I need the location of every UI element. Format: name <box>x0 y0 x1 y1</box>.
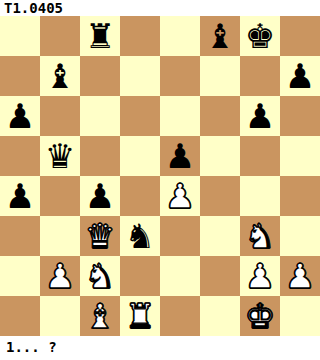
square-g4[interactable] <box>240 176 280 216</box>
black-pawn-piece: ♟ <box>165 136 195 176</box>
square-h8[interactable] <box>280 16 320 56</box>
square-a3[interactable] <box>0 216 40 256</box>
square-a2[interactable] <box>0 256 40 296</box>
black-pawn-piece: ♟ <box>245 96 275 136</box>
puzzle-id: T1.0405 <box>0 0 320 16</box>
white-king-piece: ♚ <box>245 296 275 336</box>
square-g6[interactable]: ♟ <box>240 96 280 136</box>
move-prompt: 1... ? <box>0 336 320 360</box>
square-c3[interactable]: ♛ <box>80 216 120 256</box>
square-b3[interactable] <box>40 216 80 256</box>
square-d3[interactable]: ♞ <box>120 216 160 256</box>
square-a1[interactable] <box>0 296 40 336</box>
square-b5[interactable]: ♛ <box>40 136 80 176</box>
square-b6[interactable] <box>40 96 80 136</box>
square-e5[interactable]: ♟ <box>160 136 200 176</box>
square-c5[interactable] <box>80 136 120 176</box>
black-pawn-piece: ♟ <box>285 56 315 96</box>
white-knight-piece: ♞ <box>245 216 275 256</box>
white-knight-piece: ♞ <box>85 256 115 296</box>
white-queen-piece: ♛ <box>85 216 115 256</box>
square-d4[interactable] <box>120 176 160 216</box>
black-pawn-piece: ♟ <box>5 96 35 136</box>
square-a4[interactable]: ♟ <box>0 176 40 216</box>
square-b7[interactable]: ♝ <box>40 56 80 96</box>
square-f8[interactable]: ♝ <box>200 16 240 56</box>
square-e1[interactable] <box>160 296 200 336</box>
black-queen-piece: ♛ <box>45 136 75 176</box>
black-pawn-piece: ♟ <box>5 176 35 216</box>
square-b8[interactable] <box>40 16 80 56</box>
square-d7[interactable] <box>120 56 160 96</box>
square-h1[interactable] <box>280 296 320 336</box>
square-e6[interactable] <box>160 96 200 136</box>
square-f2[interactable] <box>200 256 240 296</box>
square-h2[interactable]: ♟ <box>280 256 320 296</box>
black-rook-piece: ♜ <box>85 16 115 56</box>
square-h7[interactable]: ♟ <box>280 56 320 96</box>
black-bishop-piece: ♝ <box>205 16 235 56</box>
square-d2[interactable] <box>120 256 160 296</box>
square-f4[interactable] <box>200 176 240 216</box>
white-pawn-piece: ♟ <box>45 256 75 296</box>
square-a8[interactable] <box>0 16 40 56</box>
square-d6[interactable] <box>120 96 160 136</box>
square-c4[interactable]: ♟ <box>80 176 120 216</box>
square-g2[interactable]: ♟ <box>240 256 280 296</box>
square-g3[interactable]: ♞ <box>240 216 280 256</box>
square-e2[interactable] <box>160 256 200 296</box>
square-f3[interactable] <box>200 216 240 256</box>
square-d8[interactable] <box>120 16 160 56</box>
square-d1[interactable]: ♜ <box>120 296 160 336</box>
black-bishop-piece: ♝ <box>45 56 75 96</box>
square-e4[interactable]: ♟ <box>160 176 200 216</box>
square-c7[interactable] <box>80 56 120 96</box>
square-b2[interactable]: ♟ <box>40 256 80 296</box>
black-knight-piece: ♞ <box>125 216 155 256</box>
square-h6[interactable] <box>280 96 320 136</box>
square-h4[interactable] <box>280 176 320 216</box>
square-g8[interactable]: ♚ <box>240 16 280 56</box>
square-g7[interactable] <box>240 56 280 96</box>
square-g5[interactable] <box>240 136 280 176</box>
square-f6[interactable] <box>200 96 240 136</box>
square-f7[interactable] <box>200 56 240 96</box>
chess-board: ♜♝♚♝♟♟♟♛♟♟♟♟♛♞♞♟♞♟♟♝♜♚ <box>0 16 320 336</box>
square-h3[interactable] <box>280 216 320 256</box>
square-b4[interactable] <box>40 176 80 216</box>
square-e7[interactable] <box>160 56 200 96</box>
square-g1[interactable]: ♚ <box>240 296 280 336</box>
square-b1[interactable] <box>40 296 80 336</box>
square-a5[interactable] <box>0 136 40 176</box>
square-c1[interactable]: ♝ <box>80 296 120 336</box>
square-f5[interactable] <box>200 136 240 176</box>
square-c2[interactable]: ♞ <box>80 256 120 296</box>
square-e3[interactable] <box>160 216 200 256</box>
square-c8[interactable]: ♜ <box>80 16 120 56</box>
square-a6[interactable]: ♟ <box>0 96 40 136</box>
square-e8[interactable] <box>160 16 200 56</box>
black-pawn-piece: ♟ <box>85 176 115 216</box>
black-king-piece: ♚ <box>245 16 275 56</box>
square-c6[interactable] <box>80 96 120 136</box>
white-pawn-piece: ♟ <box>165 176 195 216</box>
white-rook-piece: ♜ <box>125 296 155 336</box>
square-d5[interactable] <box>120 136 160 176</box>
square-f1[interactable] <box>200 296 240 336</box>
square-h5[interactable] <box>280 136 320 176</box>
white-pawn-piece: ♟ <box>245 256 275 296</box>
white-bishop-piece: ♝ <box>85 296 115 336</box>
square-a7[interactable] <box>0 56 40 96</box>
white-pawn-piece: ♟ <box>285 256 315 296</box>
